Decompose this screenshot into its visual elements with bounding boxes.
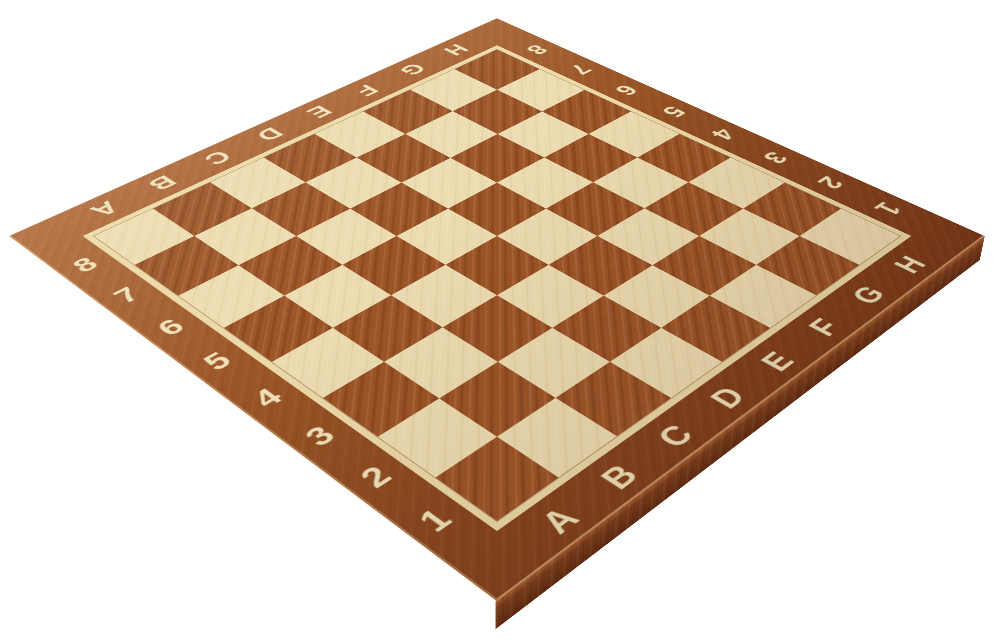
- chess-board: ABCDEFGH ABCDEFGH 87654321 87654321: [9, 18, 985, 601]
- playing-field: [94, 50, 900, 521]
- photo-background: ABCDEFGH ABCDEFGH 87654321 87654321: [0, 0, 1000, 643]
- board-top-face: ABCDEFGH ABCDEFGH 87654321 87654321: [9, 18, 985, 601]
